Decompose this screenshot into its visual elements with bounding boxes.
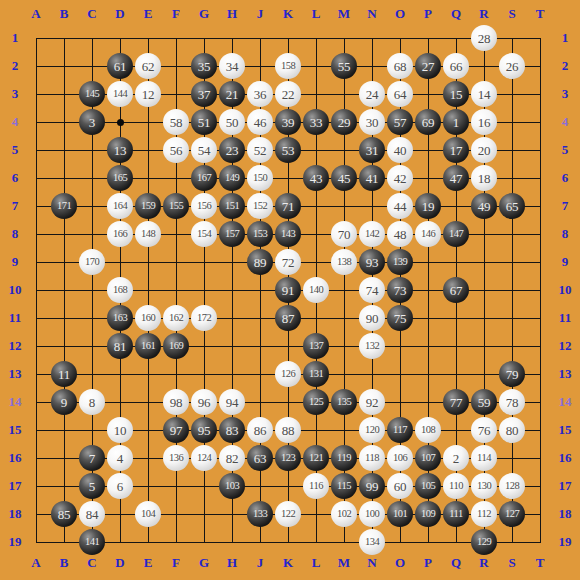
move-number: 154 — [197, 229, 211, 240]
move-number: 120 — [365, 425, 379, 436]
stone-R1: 28 — [471, 25, 497, 51]
move-number: 139 — [393, 257, 407, 268]
move-number: 9 — [61, 396, 67, 409]
stone-F12: 169 — [163, 333, 189, 359]
row-label: 14 — [552, 388, 578, 416]
move-number: 65 — [506, 200, 519, 213]
column-label: E — [134, 554, 162, 572]
move-number: 99 — [366, 480, 379, 493]
stone-S17: 128 — [499, 473, 525, 499]
column-label: R — [470, 5, 498, 23]
column-label: P — [414, 554, 442, 572]
stone-R7: 49 — [471, 193, 497, 219]
move-number: 51 — [198, 116, 211, 129]
move-number: 100 — [365, 509, 379, 520]
move-number: 165 — [113, 173, 127, 184]
move-number: 76 — [478, 424, 491, 437]
stone-Q14: 77 — [443, 389, 469, 415]
stone-F11: 162 — [163, 305, 189, 331]
move-number: 13 — [114, 144, 127, 157]
move-number: 119 — [337, 453, 351, 464]
column-label: P — [414, 5, 442, 23]
column-label: K — [274, 554, 302, 572]
move-number: 21 — [226, 88, 239, 101]
stone-O4: 57 — [387, 109, 413, 135]
stone-O18: 101 — [387, 501, 413, 527]
move-number: 143 — [281, 229, 295, 240]
move-number: 105 — [421, 481, 435, 492]
stone-O6: 42 — [387, 165, 413, 191]
move-number: 11 — [58, 368, 70, 381]
move-number: 148 — [141, 229, 155, 240]
move-number: 128 — [505, 481, 519, 492]
stone-K15: 88 — [275, 417, 301, 443]
move-number: 73 — [394, 284, 407, 297]
column-label: L — [302, 554, 330, 572]
move-number: 110 — [449, 481, 463, 492]
move-number: 147 — [449, 229, 463, 240]
move-number: 54 — [198, 144, 211, 157]
move-number: 172 — [197, 313, 211, 324]
move-number: 59 — [478, 396, 491, 409]
stone-F15: 97 — [163, 417, 189, 443]
stone-S2: 26 — [499, 53, 525, 79]
stone-K2: 158 — [275, 53, 301, 79]
stone-R14: 59 — [471, 389, 497, 415]
move-number: 14 — [478, 88, 491, 101]
stone-D8: 166 — [107, 221, 133, 247]
move-number: 123 — [281, 453, 295, 464]
move-number: 78 — [506, 396, 519, 409]
move-number: 86 — [254, 424, 267, 437]
stone-L13: 131 — [303, 361, 329, 387]
move-number: 26 — [506, 60, 519, 73]
stone-G8: 154 — [191, 221, 217, 247]
stone-R3: 14 — [471, 81, 497, 107]
move-number: 104 — [141, 509, 155, 520]
stone-O11: 75 — [387, 305, 413, 331]
move-number: 122 — [281, 509, 295, 520]
move-number: 157 — [225, 229, 239, 240]
stone-J18: 133 — [247, 501, 273, 527]
stone-D15: 10 — [107, 417, 133, 443]
stone-M17: 115 — [331, 473, 357, 499]
stone-N17: 99 — [359, 473, 385, 499]
move-number: 112 — [477, 509, 491, 520]
move-number: 137 — [309, 341, 323, 352]
column-label: K — [274, 5, 302, 23]
move-number: 79 — [506, 368, 519, 381]
move-number: 42 — [394, 172, 407, 185]
stone-Q2: 66 — [443, 53, 469, 79]
column-label: A — [22, 5, 50, 23]
move-number: 7 — [89, 452, 95, 465]
stone-C4: 3 — [79, 109, 105, 135]
move-number: 168 — [113, 285, 127, 296]
column-label: G — [190, 554, 218, 572]
stone-E8: 148 — [135, 221, 161, 247]
move-number: 24 — [366, 88, 379, 101]
move-number: 53 — [282, 144, 295, 157]
stone-D3: 144 — [107, 81, 133, 107]
move-number: 115 — [337, 481, 351, 492]
stone-N5: 31 — [359, 137, 385, 163]
bottom-column-labels: ABCDEFGHJKLMNOPQRST — [22, 554, 554, 572]
move-number: 41 — [366, 172, 379, 185]
column-label: H — [218, 554, 246, 572]
stone-J6: 150 — [247, 165, 273, 191]
column-label: A — [22, 554, 50, 572]
move-number: 89 — [254, 256, 267, 269]
stone-J4: 46 — [247, 109, 273, 135]
stone-O2: 68 — [387, 53, 413, 79]
move-number: 156 — [197, 201, 211, 212]
stone-O7: 44 — [387, 193, 413, 219]
stone-O9: 139 — [387, 249, 413, 275]
column-label: C — [78, 5, 106, 23]
stone-K13: 126 — [275, 361, 301, 387]
move-number: 96 — [198, 396, 211, 409]
stone-R15: 76 — [471, 417, 497, 443]
stone-S14: 78 — [499, 389, 525, 415]
move-number: 31 — [366, 144, 379, 157]
move-number: 81 — [114, 340, 127, 353]
move-number: 135 — [337, 397, 351, 408]
stone-N8: 142 — [359, 221, 385, 247]
column-label: C — [78, 554, 106, 572]
stone-Q6: 47 — [443, 165, 469, 191]
stone-N9: 93 — [359, 249, 385, 275]
move-number: 133 — [253, 509, 267, 520]
move-number: 103 — [225, 481, 239, 492]
stone-D10: 168 — [107, 277, 133, 303]
column-label: N — [358, 554, 386, 572]
stone-P18: 109 — [415, 501, 441, 527]
row-label: 4 — [552, 108, 578, 136]
column-label: T — [526, 5, 554, 23]
row-label: 16 — [552, 444, 578, 472]
move-number: 22 — [282, 88, 295, 101]
move-number: 20 — [478, 144, 491, 157]
move-number: 6 — [117, 480, 123, 493]
move-number: 155 — [169, 201, 183, 212]
stone-G2: 35 — [191, 53, 217, 79]
stone-M18: 102 — [331, 501, 357, 527]
stone-G16: 124 — [191, 445, 217, 471]
stone-K10: 91 — [275, 277, 301, 303]
stone-O3: 64 — [387, 81, 413, 107]
row-label: 9 — [552, 248, 578, 276]
move-number: 15 — [450, 88, 463, 101]
move-number: 10 — [114, 424, 127, 437]
stone-D11: 163 — [107, 305, 133, 331]
stone-G11: 172 — [191, 305, 217, 331]
move-number: 97 — [170, 424, 183, 437]
stone-H14: 94 — [219, 389, 245, 415]
move-number: 58 — [170, 116, 183, 129]
stone-O8: 48 — [387, 221, 413, 247]
row-label: 7 — [552, 192, 578, 220]
move-number: 19 — [422, 200, 435, 213]
stone-E2: 62 — [135, 53, 161, 79]
stone-C17: 5 — [79, 473, 105, 499]
stone-H8: 157 — [219, 221, 245, 247]
move-number: 40 — [394, 144, 407, 157]
stone-K11: 87 — [275, 305, 301, 331]
move-number: 111 — [449, 509, 462, 520]
stone-D16: 4 — [107, 445, 133, 471]
stone-F7: 155 — [163, 193, 189, 219]
move-number: 129 — [477, 537, 491, 548]
stone-H16: 82 — [219, 445, 245, 471]
stone-N14: 92 — [359, 389, 385, 415]
move-number: 95 — [198, 424, 211, 437]
move-number: 67 — [450, 284, 463, 297]
stone-G5: 54 — [191, 137, 217, 163]
move-number: 83 — [226, 424, 239, 437]
stone-Q18: 111 — [443, 501, 469, 527]
row-label: 13 — [552, 360, 578, 388]
stone-L6: 43 — [303, 165, 329, 191]
stone-J3: 36 — [247, 81, 273, 107]
stone-C16: 7 — [79, 445, 105, 471]
move-number: 108 — [421, 425, 435, 436]
move-number: 134 — [365, 537, 379, 548]
column-label: F — [162, 554, 190, 572]
move-number: 88 — [282, 424, 295, 437]
row-label: 12 — [552, 332, 578, 360]
stone-M8: 70 — [331, 221, 357, 247]
move-number: 106 — [393, 453, 407, 464]
move-number: 138 — [337, 257, 351, 268]
stone-J15: 86 — [247, 417, 273, 443]
row-label: 10 — [552, 276, 578, 304]
move-number: 124 — [197, 453, 211, 464]
stone-D17: 6 — [107, 473, 133, 499]
stone-D12: 81 — [107, 333, 133, 359]
stone-P7: 19 — [415, 193, 441, 219]
move-number: 77 — [450, 396, 463, 409]
stone-H7: 151 — [219, 193, 245, 219]
stone-L16: 121 — [303, 445, 329, 471]
stone-G6: 167 — [191, 165, 217, 191]
column-label: O — [386, 554, 414, 572]
column-label: G — [190, 5, 218, 23]
column-label: N — [358, 5, 386, 23]
stone-R19: 129 — [471, 529, 497, 555]
column-label: Q — [442, 554, 470, 572]
column-label: F — [162, 5, 190, 23]
move-number: 2 — [453, 452, 459, 465]
stone-N12: 132 — [359, 333, 385, 359]
stone-L17: 116 — [303, 473, 329, 499]
move-number: 151 — [225, 201, 239, 212]
move-number: 118 — [365, 453, 379, 464]
stone-E18: 104 — [135, 501, 161, 527]
column-label: B — [50, 554, 78, 572]
stone-O10: 73 — [387, 277, 413, 303]
move-number: 48 — [394, 228, 407, 241]
stone-K4: 39 — [275, 109, 301, 135]
stone-R4: 16 — [471, 109, 497, 135]
stone-J16: 63 — [247, 445, 273, 471]
stone-Q17: 110 — [443, 473, 469, 499]
move-number: 150 — [253, 173, 267, 184]
stone-S18: 127 — [499, 501, 525, 527]
stone-R18: 112 — [471, 501, 497, 527]
stone-N16: 118 — [359, 445, 385, 471]
stone-P15: 108 — [415, 417, 441, 443]
move-number: 114 — [477, 453, 491, 464]
stone-H6: 149 — [219, 165, 245, 191]
move-number: 52 — [254, 144, 267, 157]
stones-layer[interactable]: 1234567891011121314151617181920212223242… — [22, 24, 554, 556]
row-label: 8 — [552, 220, 578, 248]
column-label: Q — [442, 5, 470, 23]
stone-L4: 33 — [303, 109, 329, 135]
row-label: 15 — [552, 416, 578, 444]
stone-H15: 83 — [219, 417, 245, 443]
stone-D2: 61 — [107, 53, 133, 79]
stone-K9: 72 — [275, 249, 301, 275]
stone-N4: 30 — [359, 109, 385, 135]
move-number: 3 — [89, 116, 95, 129]
stone-D5: 13 — [107, 137, 133, 163]
move-number: 131 — [309, 369, 323, 380]
stone-L12: 137 — [303, 333, 329, 359]
go-game-record-board: ABCDEFGHJKLMNOPQRST ABCDEFGHJKLMNOPQRST … — [0, 0, 580, 580]
stone-N11: 90 — [359, 305, 385, 331]
stone-S7: 65 — [499, 193, 525, 219]
stone-F5: 56 — [163, 137, 189, 163]
stone-E3: 12 — [135, 81, 161, 107]
stone-J7: 152 — [247, 193, 273, 219]
stone-H3: 21 — [219, 81, 245, 107]
move-number: 45 — [338, 172, 351, 185]
move-number: 85 — [58, 508, 71, 521]
stone-F16: 136 — [163, 445, 189, 471]
move-number: 136 — [169, 453, 183, 464]
move-number: 74 — [366, 284, 379, 297]
row-label: 11 — [552, 304, 578, 332]
move-number: 49 — [478, 200, 491, 213]
move-number: 72 — [282, 256, 295, 269]
stone-P17: 105 — [415, 473, 441, 499]
stone-F14: 98 — [163, 389, 189, 415]
move-number: 43 — [310, 172, 323, 185]
stone-C9: 170 — [79, 249, 105, 275]
move-number: 71 — [282, 200, 295, 213]
stone-G7: 156 — [191, 193, 217, 219]
move-number: 64 — [394, 88, 407, 101]
stone-G14: 96 — [191, 389, 217, 415]
stone-H4: 50 — [219, 109, 245, 135]
row-label: 18 — [552, 500, 578, 528]
column-label: M — [330, 5, 358, 23]
row-label: 19 — [552, 528, 578, 556]
stone-M4: 29 — [331, 109, 357, 135]
move-number: 161 — [141, 341, 155, 352]
stone-N15: 120 — [359, 417, 385, 443]
column-label: H — [218, 5, 246, 23]
move-number: 163 — [113, 313, 127, 324]
move-number: 61 — [114, 60, 127, 73]
stone-R17: 130 — [471, 473, 497, 499]
stone-N6: 41 — [359, 165, 385, 191]
move-number: 125 — [309, 397, 323, 408]
stone-C14: 8 — [79, 389, 105, 415]
stone-E7: 159 — [135, 193, 161, 219]
stone-H2: 34 — [219, 53, 245, 79]
move-number: 80 — [506, 424, 519, 437]
move-number: 17 — [450, 144, 463, 157]
stone-M14: 135 — [331, 389, 357, 415]
move-number: 109 — [421, 509, 435, 520]
move-number: 158 — [281, 61, 295, 72]
stone-O17: 60 — [387, 473, 413, 499]
move-number: 142 — [365, 229, 379, 240]
stone-K5: 53 — [275, 137, 301, 163]
stone-Q16: 2 — [443, 445, 469, 471]
move-number: 117 — [393, 425, 407, 436]
move-number: 34 — [226, 60, 239, 73]
stone-K16: 123 — [275, 445, 301, 471]
column-label: M — [330, 554, 358, 572]
move-number: 98 — [170, 396, 183, 409]
stone-P16: 107 — [415, 445, 441, 471]
column-label: J — [246, 5, 274, 23]
stone-B13: 11 — [51, 361, 77, 387]
column-label: D — [106, 5, 134, 23]
move-number: 47 — [450, 172, 463, 185]
stone-L10: 140 — [303, 277, 329, 303]
row-label: 1 — [552, 24, 578, 52]
move-number: 36 — [254, 88, 267, 101]
move-number: 5 — [89, 480, 95, 493]
row-label: 2 — [552, 52, 578, 80]
column-label: L — [302, 5, 330, 23]
move-number: 66 — [450, 60, 463, 73]
move-number: 149 — [225, 173, 239, 184]
move-number: 91 — [282, 284, 295, 297]
stone-Q3: 15 — [443, 81, 469, 107]
column-label: J — [246, 554, 274, 572]
stone-C18: 84 — [79, 501, 105, 527]
stone-P4: 69 — [415, 109, 441, 135]
move-number: 29 — [338, 116, 351, 129]
row-label: 3 — [552, 80, 578, 108]
column-label: B — [50, 5, 78, 23]
stone-K8: 143 — [275, 221, 301, 247]
stone-G15: 95 — [191, 417, 217, 443]
stone-J9: 89 — [247, 249, 273, 275]
stone-M6: 45 — [331, 165, 357, 191]
move-number: 18 — [478, 172, 491, 185]
move-number: 146 — [421, 229, 435, 240]
move-number: 170 — [85, 257, 99, 268]
column-label: D — [106, 554, 134, 572]
stone-E12: 161 — [135, 333, 161, 359]
move-number: 90 — [366, 312, 379, 325]
move-number: 63 — [254, 452, 267, 465]
column-label: T — [526, 554, 554, 572]
stone-M9: 138 — [331, 249, 357, 275]
move-number: 116 — [309, 481, 323, 492]
stone-R6: 18 — [471, 165, 497, 191]
row-label: 5 — [552, 136, 578, 164]
move-number: 126 — [281, 369, 295, 380]
move-number: 162 — [169, 313, 183, 324]
